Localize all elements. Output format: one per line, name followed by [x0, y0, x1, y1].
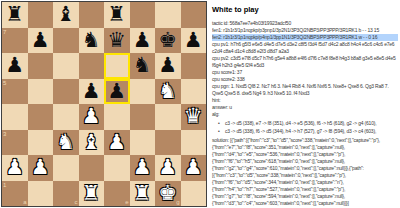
square-f7[interactable]: ♟: [130, 28, 156, 54]
square-b3[interactable]: [28, 130, 54, 156]
coord-rank-7: 7: [3, 29, 6, 35]
square-h7[interactable]: ♟: [181, 28, 207, 54]
piece-black-pawn[interactable]: ♟: [79, 79, 105, 105]
piece-black-knight[interactable]: ♞: [130, 53, 156, 79]
square-e5[interactable]: ♟: [104, 79, 130, 105]
square-a3[interactable]: 3: [2, 130, 28, 156]
square-a2[interactable]: 2♟: [2, 155, 28, 181]
piece-black-bishop[interactable]: ♝: [53, 2, 79, 28]
square-a5[interactable]: 5: [2, 79, 28, 105]
square-e8[interactable]: ♜: [104, 2, 130, 28]
piece-black-knight[interactable]: ♞: [79, 28, 105, 54]
square-h6[interactable]: [181, 53, 207, 79]
square-g8[interactable]: [155, 2, 181, 28]
piece-white-pawn[interactable]: ♟: [181, 155, 207, 181]
square-f8[interactable]: [130, 2, 156, 28]
piece-black-rook[interactable]: ♜: [2, 2, 28, 28]
piece-white-pawn[interactable]: ♟: [28, 155, 54, 181]
square-d2[interactable]: [79, 155, 105, 181]
piece-white-pawn[interactable]: ♟: [79, 104, 105, 130]
square-g7[interactable]: ♚: [155, 28, 181, 54]
side-to-move-title: White to play: [212, 5, 398, 14]
square-g5[interactable]: ♞: [155, 79, 181, 105]
piece-white-king[interactable]: ♚: [155, 181, 181, 207]
answer-line: answer: u: [212, 104, 398, 111]
square-e2[interactable]: [104, 155, 130, 181]
square-g1[interactable]: g♚: [155, 181, 181, 207]
piece-black-pawn[interactable]: ♟: [2, 53, 28, 79]
solution-line: solution: [{"path":[{"from":"c3","to":"d…: [212, 137, 398, 207]
square-d4[interactable]: ♟: [79, 104, 105, 130]
square-f6[interactable]: ♞: [130, 53, 156, 79]
piece-black-pawn[interactable]: ♟: [28, 28, 54, 54]
square-h5[interactable]: [181, 79, 207, 105]
square-a1[interactable]: 1a: [2, 181, 28, 207]
square-b8[interactable]: [28, 2, 54, 28]
piece-white-pawn[interactable]: ♟: [104, 130, 130, 156]
square-c1[interactable]: c: [53, 181, 79, 207]
analysis-lines: tactic id: 568a7ee7e4b03f19923adcf50fen1…: [212, 20, 398, 207]
piece-black-pawn[interactable]: ♟: [130, 28, 156, 54]
alg-variation-2: c3 -> d5 (338), f6 -> d5 (344), h4 -> h7…: [212, 128, 398, 135]
square-c5[interactable]: [53, 79, 79, 105]
coord-file-b: b: [49, 199, 52, 205]
tactic-id-line: tactic id: 568a7ee7e4b03f19923adcf50: [212, 20, 398, 27]
square-c3[interactable]: ♞: [53, 130, 79, 156]
square-f5[interactable]: [130, 79, 156, 105]
square-g2[interactable]: ♟: [155, 155, 181, 181]
square-e7[interactable]: ♛: [104, 28, 130, 54]
piece-black-pawn[interactable]: ♟: [155, 53, 181, 79]
piece-white-rook[interactable]: ♜: [79, 181, 105, 207]
square-e6[interactable]: [104, 53, 130, 79]
cpu-score1-line: cpu score1: 37: [212, 69, 398, 76]
square-g4[interactable]: [155, 104, 181, 130]
square-d8[interactable]: [79, 2, 105, 28]
square-c8[interactable]: ♝: [53, 2, 79, 28]
square-h3[interactable]: [181, 130, 207, 156]
square-c6[interactable]: [53, 53, 79, 79]
square-c7[interactable]: [53, 28, 79, 54]
square-c2[interactable]: [53, 155, 79, 181]
square-b1[interactable]: b: [28, 181, 54, 207]
coord-rank-3: 3: [3, 131, 6, 137]
piece-black-pawn[interactable]: ♟: [181, 28, 207, 54]
piece-white-bishop[interactable]: ♝: [79, 130, 105, 156]
square-d7[interactable]: ♞: [79, 28, 105, 54]
piece-white-knight[interactable]: ♞: [155, 79, 181, 105]
piece-black-queen[interactable]: ♛: [104, 28, 130, 54]
fen2-line: fen2: r1b1r3/1p1nqpkp/p4np1/3pp1N1/3P3Q/…: [212, 34, 398, 41]
fen1-line: fen1: r1b1r3/1p1nqpkp/p3pnp1/3p2N1/3P3Q/…: [212, 27, 398, 34]
piece-white-pawn[interactable]: ♟: [155, 155, 181, 181]
alg-label-line: alg:: [212, 111, 398, 118]
cpu-score2-line: cpu score2: 338: [212, 76, 398, 83]
square-h8[interactable]: [181, 2, 207, 28]
square-h2[interactable]: ♟: [181, 155, 207, 181]
coord-rank-5: 5: [3, 80, 6, 86]
square-c4[interactable]: [53, 104, 79, 130]
cpu-pv2-line: cpu pv2: c3d5 e7f8 d5c7 h7h6 g5e4 a8b8 e…: [212, 55, 398, 69]
square-a6[interactable]: 6♟: [2, 53, 28, 79]
square-e3[interactable]: ♟: [104, 130, 130, 156]
square-e1[interactable]: e: [104, 181, 130, 207]
square-b6[interactable]: [28, 53, 54, 79]
coord-file-c: c: [75, 199, 78, 205]
square-f3[interactable]: [130, 130, 156, 156]
square-h1[interactable]: h: [181, 181, 207, 207]
square-a4[interactable]: 4: [2, 104, 28, 130]
square-b7[interactable]: ♟: [28, 28, 54, 54]
cpu-pv1-line: cpu pv1: h7h6 g5f3 e6e5 d4e5 d7e5 d3e2 c…: [212, 41, 398, 55]
square-f2[interactable]: ♟: [130, 155, 156, 181]
square-a8[interactable]: 8♜: [2, 2, 28, 28]
square-b5[interactable]: [28, 79, 54, 105]
coord-rank-4: 4: [3, 105, 6, 111]
square-d6[interactable]: [79, 53, 105, 79]
hint-line: hint:: [212, 97, 398, 104]
square-b2[interactable]: ♟: [28, 155, 54, 181]
piece-white-rook[interactable]: ♜: [130, 181, 156, 207]
piece-black-pawn[interactable]: ♟: [104, 79, 130, 105]
square-f1[interactable]: f♜: [130, 181, 156, 207]
square-g6[interactable]: ♟: [155, 53, 181, 79]
piece-black-rook[interactable]: ♜: [104, 2, 130, 28]
square-b4[interactable]: [28, 104, 54, 130]
coord-file-h: h: [202, 199, 205, 205]
piece-white-queen[interactable]: ♛: [181, 104, 207, 130]
piece-white-knight[interactable]: ♞: [53, 130, 79, 156]
square-d3[interactable]: ♝: [79, 130, 105, 156]
square-e4[interactable]: [104, 104, 130, 130]
coord-rank-1: 1: [3, 182, 6, 188]
alg-variation-1: c3 -> d5 (338), e7 -> f8 (351), d4 -> e5…: [212, 120, 398, 127]
analysis-panel: White to play tactic id: 568a7ee7e4b03f1…: [212, 4, 398, 207]
coord-file-a: a: [23, 199, 26, 205]
piece-white-pawn[interactable]: ♟: [130, 155, 156, 181]
square-f4[interactable]: [130, 104, 156, 130]
chess-board[interactable]: 8♜♝♜7♟♞♛♟♚♟6♟♞♟5♟♟♞4♟♛3♞♝♟2♟♟♟♟♟1abcd♜ef…: [1, 1, 207, 207]
square-g3[interactable]: [155, 130, 181, 156]
coord-file-e: e: [125, 199, 128, 205]
square-h4[interactable]: ♛: [181, 104, 207, 130]
cpu-pgn-line: cpu pgn: 1. Nxd5 Qf8 2. Nc7 h6 3. Ne4 Rb…: [212, 83, 398, 97]
square-a7[interactable]: 7: [2, 28, 28, 54]
piece-black-king[interactable]: ♚: [155, 28, 181, 54]
square-d1[interactable]: d♜: [79, 181, 105, 207]
square-d5[interactable]: ♟: [79, 79, 105, 105]
piece-white-pawn[interactable]: ♟: [2, 155, 28, 181]
